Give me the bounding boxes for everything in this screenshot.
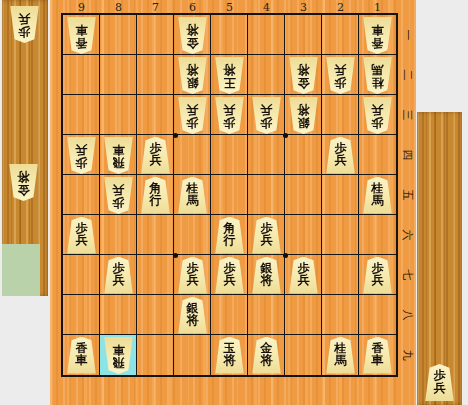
- piece-S-sente[interactable]: 銀将: [177, 297, 208, 334]
- piece-P-sente[interactable]: 歩兵: [140, 137, 171, 174]
- piece-N-sente[interactable]: 桂馬: [325, 337, 356, 374]
- piece-N-sente[interactable]: 桂馬: [177, 177, 208, 214]
- piece-P-sente[interactable]: 歩兵: [288, 257, 319, 294]
- piece-P-sente[interactable]: 歩兵: [177, 257, 208, 294]
- piece-G-gote[interactable]: 金将: [288, 57, 319, 94]
- piece-B-sente[interactable]: 角行: [214, 217, 245, 254]
- piece-S-gote[interactable]: 銀将: [177, 57, 208, 94]
- piece-P-sente[interactable]: 歩兵: [251, 217, 282, 254]
- piece-P-gote[interactable]: 歩兵: [103, 177, 134, 214]
- piece-G-gote[interactable]: 金将: [177, 17, 208, 54]
- piece-S-sente[interactable]: 銀将: [251, 257, 282, 294]
- piece-P-sente[interactable]: 歩兵: [362, 257, 393, 294]
- piece-P-gote[interactable]: 歩兵: [66, 137, 97, 174]
- piece-R-gote[interactable]: 飛車: [103, 337, 134, 374]
- hand-slot-highlight: [2, 244, 40, 296]
- shogi-app: 歩兵金将 987654321 一二三四五六七八九 香車金将香車銀将王将金将歩兵桂…: [0, 0, 468, 405]
- piece-N-gote[interactable]: 桂馬: [362, 57, 393, 94]
- piece-P-gote[interactable]: 歩兵: [214, 97, 245, 134]
- star-point: [173, 133, 178, 138]
- star-point: [283, 133, 288, 138]
- shogi-board: 香車金将香車銀将王将金将歩兵桂馬歩兵歩兵歩兵銀将歩兵歩兵飛車歩兵歩兵歩兵角行桂馬…: [61, 13, 398, 377]
- gote-captured-tray: 歩兵金将: [2, 0, 48, 296]
- piece-S-gote[interactable]: 銀将: [288, 97, 319, 134]
- hand-piece-G-gote[interactable]: 金将: [8, 164, 39, 201]
- piece-L-gote[interactable]: 香車: [66, 17, 97, 54]
- board-pieces: 香車金将香車銀将王将金将歩兵桂馬歩兵歩兵歩兵銀将歩兵歩兵飛車歩兵歩兵歩兵角行桂馬…: [63, 15, 396, 375]
- piece-P-gote[interactable]: 歩兵: [251, 97, 282, 134]
- piece-N-sente[interactable]: 桂馬: [362, 177, 393, 214]
- piece-K-gote[interactable]: 王将: [214, 57, 245, 94]
- piece-R-gote[interactable]: 飛車: [103, 137, 134, 174]
- rank-labels: 一二三四五六七八九: [398, 15, 416, 375]
- piece-K-sente[interactable]: 玉将: [214, 337, 245, 374]
- sente-captured-tray: 歩兵: [417, 112, 462, 405]
- piece-L-sente[interactable]: 香車: [66, 337, 97, 374]
- piece-P-sente[interactable]: 歩兵: [214, 257, 245, 294]
- hand-piece-P-gote[interactable]: 歩兵: [9, 6, 40, 43]
- piece-L-gote[interactable]: 香車: [362, 17, 393, 54]
- star-point: [283, 253, 288, 258]
- piece-L-sente[interactable]: 香車: [362, 337, 393, 374]
- piece-G-sente[interactable]: 金将: [251, 337, 282, 374]
- piece-P-gote[interactable]: 歩兵: [362, 97, 393, 134]
- piece-P-gote[interactable]: 歩兵: [177, 97, 208, 134]
- piece-P-sente[interactable]: 歩兵: [103, 257, 134, 294]
- hand-piece-P-sente[interactable]: 歩兵: [424, 364, 455, 401]
- piece-P-sente[interactable]: 歩兵: [66, 217, 97, 254]
- star-point: [173, 253, 178, 258]
- piece-P-gote[interactable]: 歩兵: [325, 57, 356, 94]
- piece-P-sente[interactable]: 歩兵: [325, 137, 356, 174]
- piece-B-sente[interactable]: 角行: [140, 177, 171, 214]
